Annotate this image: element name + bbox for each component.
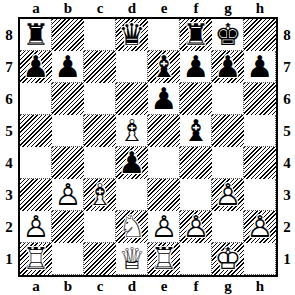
square-d7[interactable] [116,51,148,83]
square-a5[interactable] [20,115,52,147]
square-g3[interactable]: ♟♙ [212,179,244,211]
square-h5[interactable] [244,115,276,147]
square-b7[interactable]: ♟♟ [52,51,84,83]
file-label-top-c: c [84,1,116,16]
piece-black-pawn[interactable]: ♟♟ [212,51,244,83]
piece-black-rook[interactable]: ♜♜ [20,19,52,51]
square-e4[interactable] [148,147,180,179]
piece-white-pawn[interactable]: ♟♙ [20,211,52,243]
square-d4[interactable]: ♟♟ [116,147,148,179]
chess-board: ♜♜♛♛♜♜♚♚♟♟♟♟♝♝♟♟♟♟♟♟♟♟♝♗♝♝♟♟♟♙♝♗♟♙♟♙♞♘♟♙… [18,17,278,277]
file-label-top-g: g [212,1,244,16]
square-c1[interactable] [84,243,116,275]
file-label-bottom-g: g [212,279,244,294]
file-label-bottom-h: h [244,279,276,294]
rank-label-left-5: 5 [2,115,16,147]
square-c6[interactable] [84,83,116,115]
square-b2[interactable] [52,211,84,243]
piece-white-rook[interactable]: ♜♖ [20,243,52,275]
square-b3[interactable]: ♟♙ [52,179,84,211]
square-f5[interactable]: ♝♝ [180,115,212,147]
square-a4[interactable] [20,147,52,179]
square-h7[interactable]: ♟♟ [244,51,276,83]
square-c7[interactable] [84,51,116,83]
piece-white-king[interactable]: ♚♔ [212,243,244,275]
rank-label-left-8: 8 [2,19,16,51]
rank-label-left-7: 7 [2,51,16,83]
black-pawn-icon: ♟ [244,51,276,83]
white-bishop-icon: ♗ [84,179,116,211]
rank-label-right-3: 3 [280,179,294,211]
rank-label-left-4: 4 [2,147,16,179]
piece-black-pawn[interactable]: ♟♟ [244,51,276,83]
square-a8[interactable]: ♜♜ [20,19,52,51]
square-f6[interactable] [180,83,212,115]
square-e1[interactable]: ♜♖ [148,243,180,275]
square-e8[interactable] [148,19,180,51]
square-f8[interactable]: ♜♜ [180,19,212,51]
square-e2[interactable]: ♟♙ [148,211,180,243]
file-label-top-h: h [244,1,276,16]
file-label-bottom-f: f [180,279,212,294]
square-e3[interactable] [148,179,180,211]
square-b5[interactable] [52,115,84,147]
file-label-top-b: b [52,1,84,16]
square-c4[interactable] [84,147,116,179]
piece-black-queen[interactable]: ♛♛ [116,19,148,51]
square-d6[interactable] [116,83,148,115]
square-h4[interactable] [244,147,276,179]
square-a7[interactable]: ♟♟ [20,51,52,83]
black-pawn-icon: ♟ [180,51,212,83]
rank-label-right-5: 5 [280,115,294,147]
piece-white-pawn[interactable]: ♟♙ [212,179,244,211]
square-c3[interactable]: ♝♗ [84,179,116,211]
white-bishop-icon: ♗ [116,115,148,147]
rank-label-left-1: 1 [2,243,16,275]
square-d1[interactable]: ♛♕ [116,243,148,275]
square-h6[interactable] [244,83,276,115]
rank-label-right-4: 4 [280,147,294,179]
rank-label-left-6: 6 [2,83,16,115]
rank-label-right-2: 2 [280,211,294,243]
square-g7[interactable]: ♟♟ [212,51,244,83]
white-knight-icon: ♘ [116,211,148,243]
square-h8[interactable] [244,19,276,51]
square-e6[interactable]: ♟♟ [148,83,180,115]
square-c8[interactable] [84,19,116,51]
chess-diagram: ♜♜♛♛♜♜♚♚♟♟♟♟♝♝♟♟♟♟♟♟♟♟♝♗♝♝♟♟♟♙♝♗♟♙♟♙♞♘♟♙… [0,0,295,295]
rank-label-left-3: 3 [2,179,16,211]
square-h1[interactable] [244,243,276,275]
square-b6[interactable] [52,83,84,115]
square-h2[interactable]: ♟♙ [244,211,276,243]
piece-white-bishop[interactable]: ♝♗ [116,115,148,147]
file-label-top-a: a [20,1,52,16]
rank-label-left-2: 2 [2,211,16,243]
square-a1[interactable]: ♜♖ [20,243,52,275]
file-label-bottom-b: b [52,279,84,294]
white-rook-icon: ♖ [20,243,52,275]
square-a3[interactable] [20,179,52,211]
white-queen-icon: ♕ [116,243,148,275]
white-pawn-icon: ♙ [148,211,180,243]
square-g5[interactable] [212,115,244,147]
square-f7[interactable]: ♟♟ [180,51,212,83]
square-g4[interactable] [212,147,244,179]
rank-label-right-7: 7 [280,51,294,83]
black-bishop-icon: ♝ [180,115,212,147]
piece-white-pawn[interactable]: ♟♙ [180,211,212,243]
piece-black-pawn[interactable]: ♟♟ [148,83,180,115]
square-b8[interactable] [52,19,84,51]
square-e7[interactable]: ♝♝ [148,51,180,83]
piece-black-bishop[interactable]: ♝♝ [180,115,212,147]
piece-white-pawn[interactable]: ♟♙ [52,179,84,211]
file-label-bottom-d: d [116,279,148,294]
square-d5[interactable]: ♝♗ [116,115,148,147]
square-f2[interactable]: ♟♙ [180,211,212,243]
piece-white-knight[interactable]: ♞♘ [116,211,148,243]
piece-white-bishop[interactable]: ♝♗ [84,179,116,211]
square-a2[interactable]: ♟♙ [20,211,52,243]
square-e5[interactable] [148,115,180,147]
rank-label-right-1: 1 [280,243,294,275]
file-label-top-f: f [180,1,212,16]
rank-label-right-8: 8 [280,19,294,51]
black-bishop-icon: ♝ [148,51,180,83]
piece-black-pawn[interactable]: ♟♟ [52,51,84,83]
black-pawn-icon: ♟ [52,51,84,83]
white-rook-icon: ♖ [148,243,180,275]
piece-black-pawn[interactable]: ♟♟ [180,51,212,83]
white-pawn-icon: ♙ [20,211,52,243]
white-pawn-icon: ♙ [52,179,84,211]
piece-white-rook[interactable]: ♜♖ [148,243,180,275]
black-queen-icon: ♛ [116,19,148,51]
file-label-bottom-c: c [84,279,116,294]
square-b4[interactable] [52,147,84,179]
square-f3[interactable] [180,179,212,211]
square-f4[interactable] [180,147,212,179]
square-b1[interactable] [52,243,84,275]
white-pawn-icon: ♙ [244,211,276,243]
file-label-bottom-e: e [148,279,180,294]
white-king-icon: ♔ [212,243,244,275]
square-g1[interactable]: ♚♔ [212,243,244,275]
piece-black-pawn[interactable]: ♟♟ [116,147,148,179]
piece-black-rook[interactable]: ♜♜ [180,19,212,51]
black-pawn-icon: ♟ [20,51,52,83]
black-pawn-icon: ♟ [116,147,148,179]
black-pawn-icon: ♟ [212,51,244,83]
rank-label-right-6: 6 [280,83,294,115]
black-pawn-icon: ♟ [148,83,180,115]
file-label-top-d: d [116,1,148,16]
white-pawn-icon: ♙ [212,179,244,211]
square-f1[interactable] [180,243,212,275]
square-d2[interactable]: ♞♘ [116,211,148,243]
square-c2[interactable] [84,211,116,243]
piece-black-pawn[interactable]: ♟♟ [20,51,52,83]
piece-white-queen[interactable]: ♛♕ [116,243,148,275]
square-g6[interactable] [212,83,244,115]
square-d8[interactable]: ♛♛ [116,19,148,51]
square-h3[interactable] [244,179,276,211]
black-rook-icon: ♜ [20,19,52,51]
square-g8[interactable]: ♚♚ [212,19,244,51]
square-d3[interactable] [116,179,148,211]
white-pawn-icon: ♙ [180,211,212,243]
piece-white-pawn[interactable]: ♟♙ [148,211,180,243]
square-a6[interactable] [20,83,52,115]
piece-black-king[interactable]: ♚♚ [212,19,244,51]
black-king-icon: ♚ [212,19,244,51]
piece-white-pawn[interactable]: ♟♙ [244,211,276,243]
square-g2[interactable] [212,211,244,243]
piece-black-bishop[interactable]: ♝♝ [148,51,180,83]
file-label-bottom-a: a [20,279,52,294]
square-c5[interactable] [84,115,116,147]
black-rook-icon: ♜ [180,19,212,51]
file-label-top-e: e [148,1,180,16]
